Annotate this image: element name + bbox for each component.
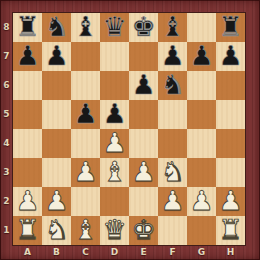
black-pawn-a7[interactable]: ♟ <box>15 42 39 69</box>
file-label-f: F <box>158 245 187 260</box>
black-king-e8[interactable]: ♚ <box>131 13 155 40</box>
square-b4[interactable] <box>42 129 71 158</box>
square-d7[interactable] <box>100 42 129 71</box>
square-d6[interactable] <box>100 71 129 100</box>
square-g7[interactable]: ♟ <box>187 42 216 71</box>
square-h7[interactable]: ♟ <box>216 42 245 71</box>
square-d2[interactable] <box>100 187 129 216</box>
black-pawn-f7[interactable]: ♟ <box>160 42 184 69</box>
square-f4[interactable] <box>158 129 187 158</box>
square-g4[interactable] <box>187 129 216 158</box>
white-pawn-h2[interactable]: ♟ <box>218 187 242 214</box>
square-b1[interactable]: ♞ <box>42 216 71 245</box>
square-h8[interactable]: ♜ <box>216 13 245 42</box>
square-d3[interactable]: ♝ <box>100 158 129 187</box>
square-g3[interactable] <box>187 158 216 187</box>
square-e6[interactable]: ♟ <box>129 71 158 100</box>
rank-label-2: 2 <box>0 187 13 216</box>
black-knight-b8[interactable]: ♞ <box>44 13 68 40</box>
black-pawn-c5[interactable]: ♟ <box>73 100 97 127</box>
square-h4[interactable] <box>216 129 245 158</box>
square-b2[interactable]: ♟ <box>42 187 71 216</box>
square-d5[interactable]: ♟ <box>100 100 129 129</box>
file-label-a: A <box>13 245 42 260</box>
white-pawn-b2[interactable]: ♟ <box>44 187 68 214</box>
square-c6[interactable] <box>71 71 100 100</box>
rank-label-8: 8 <box>0 13 13 42</box>
white-pawn-e3[interactable]: ♟ <box>131 158 155 185</box>
square-c2[interactable] <box>71 187 100 216</box>
square-h2[interactable]: ♟ <box>216 187 245 216</box>
square-e8[interactable]: ♚ <box>129 13 158 42</box>
square-d4[interactable]: ♟ <box>100 129 129 158</box>
chess-board[interactable]: ♜♞♝♛♚♝♜♟♟♟♟♟♟♞♟♟♟♟♝♟♞♟♟♟♟♟♜♞♝♛♚♜ <box>13 13 245 245</box>
square-f8[interactable]: ♝ <box>158 13 187 42</box>
file-label-h: H <box>216 245 245 260</box>
chess-board-frame: ♜♞♝♛♚♝♜♟♟♟♟♟♟♞♟♟♟♟♝♟♞♟♟♟♟♟♜♞♝♛♚♜ 8765432… <box>0 0 260 260</box>
square-c8[interactable]: ♝ <box>71 13 100 42</box>
square-b6[interactable] <box>42 71 71 100</box>
square-b7[interactable]: ♟ <box>42 42 71 71</box>
white-pawn-g2[interactable]: ♟ <box>189 187 213 214</box>
square-f7[interactable]: ♟ <box>158 42 187 71</box>
white-pawn-f2[interactable]: ♟ <box>160 187 184 214</box>
square-b8[interactable]: ♞ <box>42 13 71 42</box>
square-h1[interactable]: ♜ <box>216 216 245 245</box>
square-a3[interactable] <box>13 158 42 187</box>
white-king-e1[interactable]: ♚ <box>131 216 155 243</box>
square-e1[interactable]: ♚ <box>129 216 158 245</box>
white-pawn-c3[interactable]: ♟ <box>73 158 97 185</box>
black-pawn-g7[interactable]: ♟ <box>189 42 213 69</box>
square-a6[interactable] <box>13 71 42 100</box>
square-g6[interactable] <box>187 71 216 100</box>
file-label-b: B <box>42 245 71 260</box>
black-pawn-b7[interactable]: ♟ <box>44 42 68 69</box>
square-f5[interactable] <box>158 100 187 129</box>
square-a5[interactable] <box>13 100 42 129</box>
square-e4[interactable] <box>129 129 158 158</box>
square-b5[interactable] <box>42 100 71 129</box>
rank-label-4: 4 <box>0 129 13 158</box>
black-bishop-c8[interactable]: ♝ <box>73 13 97 40</box>
square-f3[interactable]: ♞ <box>158 158 187 187</box>
square-g2[interactable]: ♟ <box>187 187 216 216</box>
square-f1[interactable] <box>158 216 187 245</box>
rank-label-6: 6 <box>0 71 13 100</box>
white-bishop-d3[interactable]: ♝ <box>102 158 126 185</box>
file-label-c: C <box>71 245 100 260</box>
rank-label-5: 5 <box>0 100 13 129</box>
square-e5[interactable] <box>129 100 158 129</box>
square-c1[interactable]: ♝ <box>71 216 100 245</box>
square-a8[interactable]: ♜ <box>13 13 42 42</box>
file-label-g: G <box>187 245 216 260</box>
white-rook-a1[interactable]: ♜ <box>15 216 39 243</box>
square-b3[interactable] <box>42 158 71 187</box>
square-g5[interactable] <box>187 100 216 129</box>
black-pawn-d5[interactable]: ♟ <box>102 100 126 127</box>
square-c7[interactable] <box>71 42 100 71</box>
white-bishop-c1[interactable]: ♝ <box>73 216 97 243</box>
square-a4[interactable] <box>13 129 42 158</box>
square-f2[interactable]: ♟ <box>158 187 187 216</box>
square-e7[interactable] <box>129 42 158 71</box>
white-pawn-d4[interactable]: ♟ <box>102 129 126 156</box>
square-d1[interactable]: ♛ <box>100 216 129 245</box>
square-h5[interactable] <box>216 100 245 129</box>
file-label-e: E <box>129 245 158 260</box>
black-queen-d8[interactable]: ♛ <box>102 13 126 40</box>
white-knight-f3[interactable]: ♞ <box>160 158 184 185</box>
square-h6[interactable] <box>216 71 245 100</box>
square-c5[interactable]: ♟ <box>71 100 100 129</box>
square-g1[interactable] <box>187 216 216 245</box>
square-h3[interactable] <box>216 158 245 187</box>
square-f6[interactable]: ♞ <box>158 71 187 100</box>
square-c4[interactable] <box>71 129 100 158</box>
black-pawn-h7[interactable]: ♟ <box>218 42 242 69</box>
file-label-d: D <box>100 245 129 260</box>
square-d8[interactable]: ♛ <box>100 13 129 42</box>
black-bishop-f8[interactable]: ♝ <box>160 13 184 40</box>
black-rook-a8[interactable]: ♜ <box>15 13 39 40</box>
rank-label-7: 7 <box>0 42 13 71</box>
rank-label-3: 3 <box>0 158 13 187</box>
square-e2[interactable] <box>129 187 158 216</box>
square-g8[interactable] <box>187 13 216 42</box>
square-e3[interactable]: ♟ <box>129 158 158 187</box>
black-knight-f6[interactable]: ♞ <box>160 71 184 98</box>
square-a1[interactable]: ♜ <box>13 216 42 245</box>
white-rook-h1[interactable]: ♜ <box>218 216 242 243</box>
square-c3[interactable]: ♟ <box>71 158 100 187</box>
black-pawn-e6[interactable]: ♟ <box>131 71 155 98</box>
white-pawn-a2[interactable]: ♟ <box>15 187 39 214</box>
white-knight-b1[interactable]: ♞ <box>44 216 68 243</box>
black-rook-h8[interactable]: ♜ <box>218 13 242 40</box>
rank-label-1: 1 <box>0 216 13 245</box>
square-a7[interactable]: ♟ <box>13 42 42 71</box>
white-queen-d1[interactable]: ♛ <box>102 216 126 243</box>
square-a2[interactable]: ♟ <box>13 187 42 216</box>
